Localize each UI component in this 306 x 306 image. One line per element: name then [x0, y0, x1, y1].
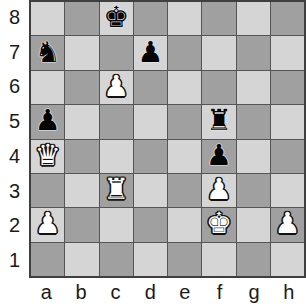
square-d6[interactable] — [134, 71, 167, 104]
black-pawn-a5[interactable]: ♟ — [35, 106, 61, 135]
white-rook-c3[interactable]: ♜ — [103, 175, 129, 204]
square-c1[interactable] — [100, 243, 133, 276]
square-c8[interactable]: ♚ — [100, 2, 133, 35]
file-label-h: h — [271, 278, 306, 306]
square-b4[interactable] — [65, 140, 98, 173]
square-f2[interactable]: ♚ — [202, 208, 235, 241]
file-label-e: e — [168, 278, 203, 306]
square-f3[interactable]: ♟ — [202, 174, 235, 207]
square-h7[interactable] — [271, 36, 304, 69]
square-g4[interactable] — [237, 140, 270, 173]
white-king-f2[interactable]: ♚ — [206, 209, 232, 238]
square-g7[interactable] — [237, 36, 270, 69]
square-a6[interactable] — [31, 71, 64, 104]
square-h5[interactable] — [271, 105, 304, 138]
square-g2[interactable] — [237, 208, 270, 241]
square-b3[interactable] — [65, 174, 98, 207]
file-label-b: b — [64, 278, 99, 306]
square-e1[interactable] — [168, 243, 201, 276]
square-b1[interactable] — [65, 243, 98, 276]
file-label-f: f — [202, 278, 237, 306]
square-a7[interactable]: ♞ — [31, 36, 64, 69]
square-h2[interactable]: ♟ — [271, 208, 304, 241]
square-c6[interactable]: ♟ — [100, 71, 133, 104]
square-e8[interactable] — [168, 2, 201, 35]
square-d4[interactable] — [134, 140, 167, 173]
square-a4[interactable]: ♛ — [31, 140, 64, 173]
square-f1[interactable] — [202, 243, 235, 276]
square-e7[interactable] — [168, 36, 201, 69]
square-c2[interactable] — [100, 208, 133, 241]
square-c5[interactable] — [100, 105, 133, 138]
black-knight-a7[interactable]: ♞ — [35, 38, 61, 67]
square-d8[interactable] — [134, 2, 167, 35]
square-a2[interactable]: ♟ — [31, 208, 64, 241]
black-pawn-d7[interactable]: ♟ — [137, 38, 163, 67]
square-d1[interactable] — [134, 243, 167, 276]
square-f6[interactable] — [202, 71, 235, 104]
square-g5[interactable] — [237, 105, 270, 138]
square-d2[interactable] — [134, 208, 167, 241]
square-a1[interactable] — [31, 243, 64, 276]
white-pawn-a2[interactable]: ♟ — [35, 209, 61, 238]
square-a3[interactable] — [31, 174, 64, 207]
square-b6[interactable] — [65, 71, 98, 104]
square-a8[interactable] — [31, 2, 64, 35]
rank-label-2: 2 — [0, 209, 29, 244]
square-c3[interactable]: ♜ — [100, 174, 133, 207]
square-h8[interactable] — [271, 2, 304, 35]
file-label-d: d — [133, 278, 168, 306]
square-g3[interactable] — [237, 174, 270, 207]
square-b2[interactable] — [65, 208, 98, 241]
square-f4[interactable]: ♟ — [202, 140, 235, 173]
square-b7[interactable] — [65, 36, 98, 69]
square-d7[interactable]: ♟ — [134, 36, 167, 69]
rank-labels: 87654321 — [0, 0, 29, 278]
rank-label-4: 4 — [0, 139, 29, 174]
square-h4[interactable] — [271, 140, 304, 173]
white-pawn-h2[interactable]: ♟ — [274, 209, 300, 238]
square-f8[interactable] — [202, 2, 235, 35]
black-pawn-f4[interactable]: ♟ — [206, 141, 232, 170]
square-c4[interactable] — [100, 140, 133, 173]
square-f7[interactable] — [202, 36, 235, 69]
square-e4[interactable] — [168, 140, 201, 173]
square-h6[interactable] — [271, 71, 304, 104]
white-pawn-c6[interactable]: ♟ — [103, 72, 129, 101]
square-a5[interactable]: ♟ — [31, 105, 64, 138]
rank-label-8: 8 — [0, 0, 29, 35]
square-h3[interactable] — [271, 174, 304, 207]
white-queen-a4[interactable]: ♛ — [35, 141, 61, 170]
chess-board[interactable]: ♚♞♟♟♟♜♛♟♜♟♟♚♟ — [29, 0, 306, 278]
square-b5[interactable] — [65, 105, 98, 138]
rank-label-1: 1 — [0, 243, 29, 278]
file-label-c: c — [98, 278, 133, 306]
square-b8[interactable] — [65, 2, 98, 35]
rank-label-5: 5 — [0, 104, 29, 139]
black-rook-f5[interactable]: ♜ — [206, 106, 232, 135]
file-label-g: g — [237, 278, 272, 306]
square-c7[interactable] — [100, 36, 133, 69]
square-h1[interactable] — [271, 243, 304, 276]
square-e3[interactable] — [168, 174, 201, 207]
square-e5[interactable] — [168, 105, 201, 138]
chess-diagram: 87654321 ♚♞♟♟♟♜♛♟♜♟♟♚♟ abcdefgh — [0, 0, 306, 306]
square-g1[interactable] — [237, 243, 270, 276]
file-labels: abcdefgh — [29, 278, 306, 306]
square-f5[interactable]: ♜ — [202, 105, 235, 138]
square-g8[interactable] — [237, 2, 270, 35]
black-king-c8[interactable]: ♚ — [103, 3, 129, 32]
square-d5[interactable] — [134, 105, 167, 138]
white-pawn-f3[interactable]: ♟ — [206, 175, 232, 204]
square-d3[interactable] — [134, 174, 167, 207]
square-e6[interactable] — [168, 71, 201, 104]
square-e2[interactable] — [168, 208, 201, 241]
rank-label-3: 3 — [0, 174, 29, 209]
rank-label-7: 7 — [0, 35, 29, 70]
file-label-a: a — [29, 278, 64, 306]
rank-label-6: 6 — [0, 70, 29, 105]
square-g6[interactable] — [237, 71, 270, 104]
